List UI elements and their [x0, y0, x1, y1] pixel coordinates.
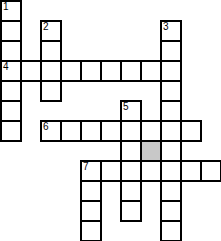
crossword-cell[interactable] [100, 120, 122, 142]
crossword-cell[interactable] [120, 120, 142, 142]
crossword-cell[interactable] [120, 60, 142, 82]
crossword-cell[interactable] [20, 60, 42, 82]
crossword-cell[interactable] [40, 40, 62, 62]
crossword-cell[interactable] [80, 180, 102, 202]
crossword-cell[interactable] [0, 120, 22, 142]
crossword-cell[interactable] [0, 0, 22, 22]
crossword-cell[interactable] [160, 60, 182, 82]
crossword-cell[interactable] [0, 60, 22, 82]
crossword-cell[interactable] [0, 40, 22, 62]
crossword-cell-shaded[interactable] [140, 140, 162, 162]
crossword-cell[interactable] [80, 160, 102, 182]
crossword-cell[interactable] [80, 60, 102, 82]
crossword-cell[interactable] [0, 100, 22, 122]
crossword-cell[interactable] [140, 160, 162, 182]
crossword-cell[interactable] [140, 120, 162, 142]
crossword-cell[interactable] [200, 160, 221, 182]
crossword-cell[interactable] [160, 200, 182, 222]
crossword-cell[interactable] [80, 120, 102, 142]
crossword-cell[interactable] [160, 180, 182, 202]
crossword-cell[interactable] [40, 80, 62, 102]
crossword-cell[interactable] [40, 120, 62, 142]
crossword-cell[interactable] [100, 160, 122, 182]
crossword-cell[interactable] [160, 220, 182, 241]
crossword-cell[interactable] [180, 120, 202, 142]
crossword-cell[interactable] [160, 120, 182, 142]
crossword-cell[interactable] [160, 160, 182, 182]
crossword-cell[interactable] [120, 160, 142, 182]
crossword-cell[interactable] [160, 80, 182, 102]
crossword-cell[interactable] [0, 80, 22, 102]
crossword-cell[interactable] [80, 220, 102, 241]
crossword-cell[interactable] [80, 200, 102, 222]
crossword-cell[interactable] [120, 140, 142, 162]
crossword-cell[interactable] [140, 60, 162, 82]
crossword-grid: 1234567 [0, 0, 221, 241]
crossword-cell[interactable] [180, 160, 202, 182]
crossword-cell[interactable] [160, 140, 182, 162]
crossword-cell[interactable] [60, 60, 82, 82]
crossword-cell[interactable] [120, 100, 142, 122]
crossword-cell[interactable] [120, 200, 142, 222]
crossword-cell[interactable] [40, 20, 62, 42]
crossword-cell[interactable] [160, 40, 182, 62]
crossword-cell[interactable] [160, 20, 182, 42]
crossword-cell[interactable] [160, 100, 182, 122]
crossword-cell[interactable] [60, 120, 82, 142]
crossword-cell[interactable] [0, 20, 22, 42]
crossword-cell[interactable] [120, 180, 142, 202]
crossword-cell[interactable] [100, 60, 122, 82]
crossword-cell[interactable] [40, 60, 62, 82]
